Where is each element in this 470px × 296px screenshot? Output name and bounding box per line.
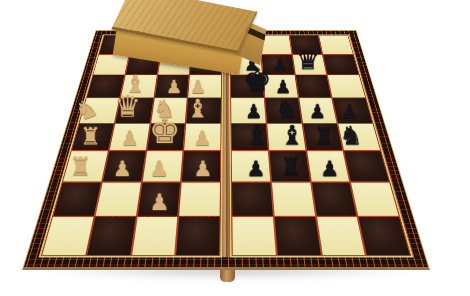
square-b4: ♟	[108, 123, 150, 151]
square-c2: ♟	[136, 182, 181, 217]
square-h2	[350, 182, 400, 217]
piece-white-pawn: ♟	[149, 191, 170, 214]
square-e2	[231, 182, 273, 217]
piece-white-pawn: ♟	[120, 128, 138, 148]
square-f4: ♝	[266, 123, 306, 151]
square-c1	[131, 217, 179, 256]
square-b5: ♛	[114, 98, 153, 123]
piece-white-pawn: ♟	[193, 158, 212, 180]
square-g6	[295, 75, 332, 98]
piece-white-rook: ♜	[80, 125, 101, 149]
square-h8	[319, 35, 354, 54]
square-d1	[175, 217, 220, 256]
photo-scene: ♝♟♟♞♛♞♝♜♟♚♟♜♟♟♟♟ ♟♟♛♚♟♟♞♟♟♝♝♜♞♟♜♟	[0, 0, 470, 296]
piece-black-pawn: ♟	[274, 78, 291, 96]
square-b2	[94, 182, 141, 217]
piece-white-bishop: ♝	[186, 95, 209, 121]
piece-white-pawn: ♟	[193, 128, 211, 148]
piece-black-pawn: ♟	[320, 158, 339, 180]
square-f7: ♟	[261, 54, 295, 75]
square-h5: ♟	[332, 98, 373, 123]
piece-black-bishop: ♝	[245, 122, 269, 149]
square-e1	[232, 217, 277, 256]
square-d2	[178, 182, 220, 217]
square-e3: ♟	[231, 151, 271, 182]
square-a2	[52, 182, 102, 217]
square-f3: ♜	[268, 151, 310, 182]
piece-white-knight: ♞	[154, 96, 176, 121]
piece-black-pawn: ♟	[341, 102, 358, 121]
square-d3: ♟	[181, 151, 221, 182]
square-g5: ♟	[298, 98, 337, 123]
piece-white-pawn: ♟	[150, 158, 169, 180]
square-e5: ♟	[230, 98, 266, 123]
square-c5: ♞	[150, 98, 188, 123]
piece-black-pawn: ♟	[246, 158, 265, 180]
piece-black-rook: ♜	[314, 125, 335, 149]
square-h4: ♞	[338, 123, 382, 151]
square-b3: ♟	[102, 151, 146, 182]
piece-black-bishop: ♝	[280, 122, 304, 149]
square-f1	[274, 217, 322, 256]
piece-black-knight: ♞	[339, 123, 362, 149]
square-c4: ♚	[146, 123, 186, 151]
square-b1	[86, 217, 137, 256]
piece-white-pawn: ♟	[112, 158, 131, 180]
square-a4: ♜	[71, 123, 115, 151]
square-g4: ♜	[302, 123, 344, 151]
square-h3	[344, 151, 390, 182]
piece-black-rook: ♜	[279, 154, 301, 179]
square-g7: ♛	[292, 54, 327, 75]
square-d5: ♝	[186, 98, 222, 123]
piece-black-knight: ♞	[275, 96, 297, 121]
piece-white-rook: ♜	[69, 154, 91, 179]
wooden-box	[104, 0, 266, 82]
square-h7	[323, 54, 360, 75]
square-h1	[358, 217, 411, 256]
piece-black-pawn: ♟	[272, 56, 288, 74]
square-g8	[289, 35, 323, 54]
square-a5: ♞	[79, 98, 120, 123]
square-h6	[327, 75, 366, 98]
piece-white-knight: ♞	[72, 94, 101, 125]
square-e4: ♝	[231, 123, 269, 151]
square-c3: ♟	[141, 151, 183, 182]
square-d4: ♟	[184, 123, 222, 151]
square-f2	[271, 182, 316, 217]
square-f6: ♟	[263, 75, 299, 98]
square-a3: ♜	[62, 151, 108, 182]
piece-black-pawn: ♟	[245, 102, 262, 121]
piece-black-pawn: ♟	[309, 102, 326, 121]
square-f5: ♞	[264, 98, 302, 123]
